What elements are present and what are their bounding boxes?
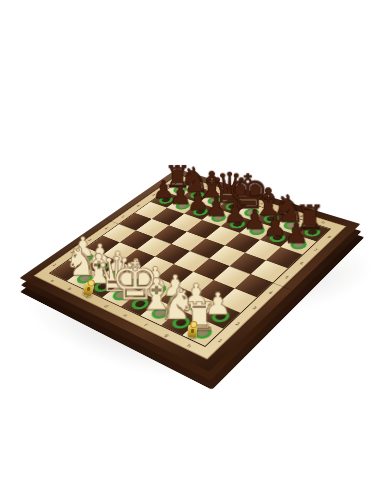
board-tilt-wrapper: ♜♞♝♛♚♝♞♜♟♟♟♟♟♟♟♟♟♟♟♟♟♟♟♟♞♝♛♚♝♞♜ aabbccdd…: [0, 0, 381, 492]
chess-board-3d: ♜♞♝♛♚♝♞♜♟♟♟♟♟♟♟♟♟♟♟♟♟♟♟♟♞♝♛♚♝♞♜ aabbccdd…: [20, 169, 361, 372]
board-surface: ♜♞♝♛♚♝♞♜♟♟♟♟♟♟♟♟♟♟♟♟♟♟♟♟♞♝♛♚♝♞♜ aabbccdd…: [20, 169, 361, 372]
piece-black-pawn[interactable]: ♟: [284, 219, 309, 247]
piece-white-rook[interactable]: ♜: [181, 296, 216, 335]
product-photo-stage: ♜♞♝♛♚♝♞♜♟♟♟♟♟♟♟♟♟♟♟♟♟♟♟♟♞♝♛♚♝♞♜ aabbccdd…: [0, 0, 381, 492]
brass-clasp-front: [188, 325, 198, 338]
